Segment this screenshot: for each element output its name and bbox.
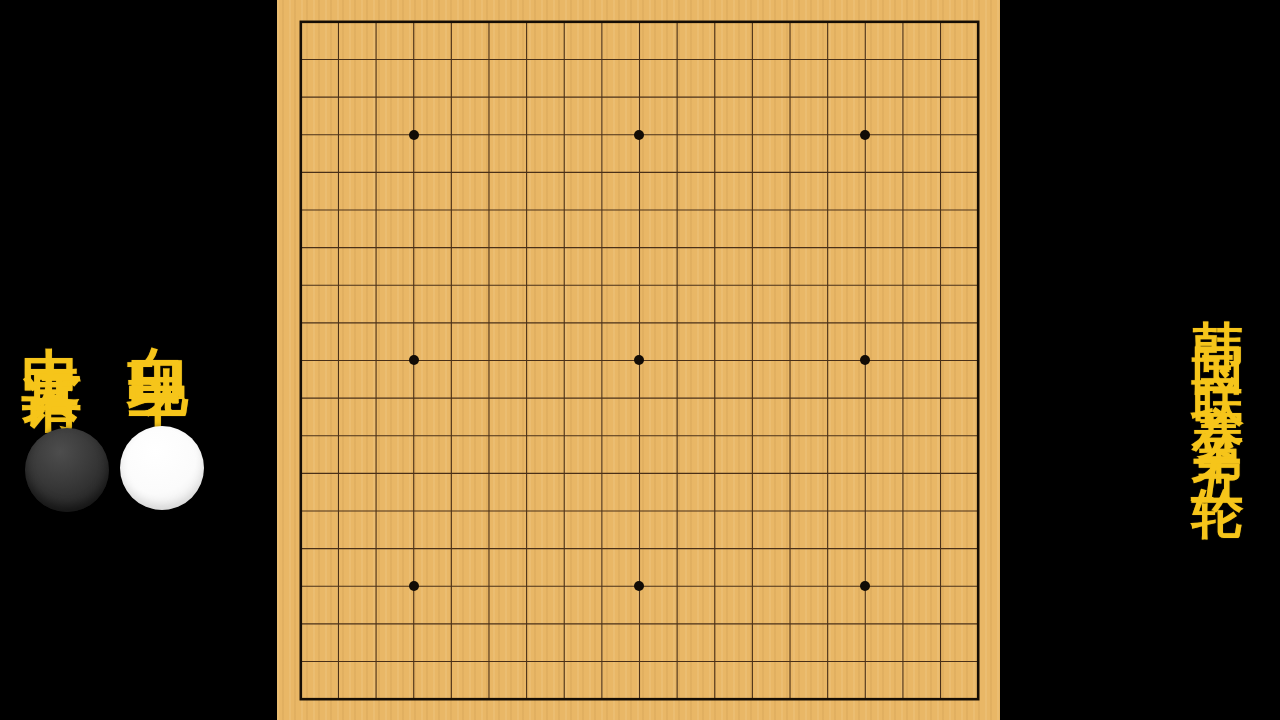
board-point-l18[interactable] bbox=[696, 41, 734, 79]
board-point-o10[interactable] bbox=[809, 342, 847, 380]
board-point-o7[interactable] bbox=[809, 455, 847, 493]
board-point-d13[interactable] bbox=[395, 229, 433, 267]
board-point-e17[interactable] bbox=[433, 78, 471, 116]
board-point-f14[interactable] bbox=[470, 191, 508, 229]
board-point-q4[interactable] bbox=[884, 567, 922, 605]
board-point-q1[interactable] bbox=[884, 680, 922, 718]
board-point-s8[interactable] bbox=[959, 417, 997, 455]
board-point-q5[interactable] bbox=[884, 530, 922, 568]
board-point-i16[interactable] bbox=[583, 116, 621, 154]
board-point-c1[interactable] bbox=[357, 680, 395, 718]
board-point-p16[interactable] bbox=[846, 116, 884, 154]
board-point-m18[interactable] bbox=[734, 41, 772, 79]
board-point-n15[interactable] bbox=[771, 154, 809, 192]
board-point-g4[interactable] bbox=[508, 567, 546, 605]
board-point-f11[interactable] bbox=[470, 304, 508, 342]
board-point-p6[interactable] bbox=[846, 492, 884, 530]
board-point-p10[interactable] bbox=[846, 342, 884, 380]
board-point-a7[interactable] bbox=[282, 455, 320, 493]
board-point-s1[interactable] bbox=[959, 680, 997, 718]
board-point-n18[interactable] bbox=[771, 41, 809, 79]
board-point-c4[interactable] bbox=[357, 567, 395, 605]
board-point-f1[interactable] bbox=[470, 680, 508, 718]
board-point-o3[interactable] bbox=[809, 605, 847, 643]
board-point-i1[interactable] bbox=[583, 680, 621, 718]
board-point-f9[interactable] bbox=[470, 379, 508, 417]
board-point-e6[interactable] bbox=[433, 492, 471, 530]
board-point-r6[interactable] bbox=[922, 492, 960, 530]
board-point-l7[interactable] bbox=[696, 455, 734, 493]
board-point-d11[interactable] bbox=[395, 304, 433, 342]
board-point-b10[interactable] bbox=[320, 342, 358, 380]
board-point-e2[interactable] bbox=[433, 643, 471, 681]
board-point-c7[interactable] bbox=[357, 455, 395, 493]
board-point-m11[interactable] bbox=[734, 304, 772, 342]
board-point-e12[interactable] bbox=[433, 266, 471, 304]
board-point-c19[interactable] bbox=[357, 3, 395, 41]
board-point-b18[interactable] bbox=[320, 41, 358, 79]
board-point-f12[interactable] bbox=[470, 266, 508, 304]
board-point-b11[interactable] bbox=[320, 304, 358, 342]
board-point-j3[interactable] bbox=[621, 605, 659, 643]
board-point-g13[interactable] bbox=[508, 229, 546, 267]
board-point-h14[interactable] bbox=[545, 191, 583, 229]
board-point-o11[interactable] bbox=[809, 304, 847, 342]
board-point-h15[interactable] bbox=[545, 154, 583, 192]
board-point-q6[interactable] bbox=[884, 492, 922, 530]
board-point-i4[interactable] bbox=[583, 567, 621, 605]
board-point-r15[interactable] bbox=[922, 154, 960, 192]
board-point-g2[interactable] bbox=[508, 643, 546, 681]
board-point-o18[interactable] bbox=[809, 41, 847, 79]
board-point-g16[interactable] bbox=[508, 116, 546, 154]
board-point-e13[interactable] bbox=[433, 229, 471, 267]
board-point-c2[interactable] bbox=[357, 643, 395, 681]
board-point-p5[interactable] bbox=[846, 530, 884, 568]
board-point-k19[interactable] bbox=[658, 3, 696, 41]
board-point-j14[interactable] bbox=[621, 191, 659, 229]
board-point-h17[interactable] bbox=[545, 78, 583, 116]
board-point-m2[interactable] bbox=[734, 643, 772, 681]
board-point-s7[interactable] bbox=[959, 455, 997, 493]
board-point-d17[interactable] bbox=[395, 78, 433, 116]
board-point-j7[interactable] bbox=[621, 455, 659, 493]
board-point-n17[interactable] bbox=[771, 78, 809, 116]
board-point-h4[interactable] bbox=[545, 567, 583, 605]
board-point-p8[interactable] bbox=[846, 417, 884, 455]
board-point-d12[interactable] bbox=[395, 266, 433, 304]
board-point-b2[interactable] bbox=[320, 643, 358, 681]
board-point-s18[interactable] bbox=[959, 41, 997, 79]
board-point-f17[interactable] bbox=[470, 78, 508, 116]
board-point-l11[interactable] bbox=[696, 304, 734, 342]
board-point-r14[interactable] bbox=[922, 191, 960, 229]
board-point-r13[interactable] bbox=[922, 229, 960, 267]
board-point-c14[interactable] bbox=[357, 191, 395, 229]
board-point-c13[interactable] bbox=[357, 229, 395, 267]
board-point-m1[interactable] bbox=[734, 680, 772, 718]
board-point-s5[interactable] bbox=[959, 530, 997, 568]
board-point-n3[interactable] bbox=[771, 605, 809, 643]
board-point-j4[interactable] bbox=[621, 567, 659, 605]
board-point-n12[interactable] bbox=[771, 266, 809, 304]
board-point-o8[interactable] bbox=[809, 417, 847, 455]
board-point-e9[interactable] bbox=[433, 379, 471, 417]
board-point-p14[interactable] bbox=[846, 191, 884, 229]
board-point-f4[interactable] bbox=[470, 567, 508, 605]
board-point-i10[interactable] bbox=[583, 342, 621, 380]
board-point-f15[interactable] bbox=[470, 154, 508, 192]
board-point-d5[interactable] bbox=[395, 530, 433, 568]
board-point-m10[interactable] bbox=[734, 342, 772, 380]
board-point-l19[interactable] bbox=[696, 3, 734, 41]
board-point-d7[interactable] bbox=[395, 455, 433, 493]
board-point-g10[interactable] bbox=[508, 342, 546, 380]
board-point-h1[interactable] bbox=[545, 680, 583, 718]
board-point-f3[interactable] bbox=[470, 605, 508, 643]
board-point-d19[interactable] bbox=[395, 3, 433, 41]
board-point-i5[interactable] bbox=[583, 530, 621, 568]
board-point-n16[interactable] bbox=[771, 116, 809, 154]
board-point-d9[interactable] bbox=[395, 379, 433, 417]
board-point-f18[interactable] bbox=[470, 41, 508, 79]
board-point-j19[interactable] bbox=[621, 3, 659, 41]
board-point-e4[interactable] bbox=[433, 567, 471, 605]
board-point-r19[interactable] bbox=[922, 3, 960, 41]
board-point-m6[interactable] bbox=[734, 492, 772, 530]
board-point-k11[interactable] bbox=[658, 304, 696, 342]
board-point-m19[interactable] bbox=[734, 3, 772, 41]
board-point-b3[interactable] bbox=[320, 605, 358, 643]
board-point-p3[interactable] bbox=[846, 605, 884, 643]
board-point-e19[interactable] bbox=[433, 3, 471, 41]
board-point-s19[interactable] bbox=[959, 3, 997, 41]
board-point-j15[interactable] bbox=[621, 154, 659, 192]
board-point-e3[interactable] bbox=[433, 605, 471, 643]
board-point-o14[interactable] bbox=[809, 191, 847, 229]
board-point-q17[interactable] bbox=[884, 78, 922, 116]
board-point-r18[interactable] bbox=[922, 41, 960, 79]
board-point-k3[interactable] bbox=[658, 605, 696, 643]
board-point-o5[interactable] bbox=[809, 530, 847, 568]
board-point-j16[interactable] bbox=[621, 116, 659, 154]
board-point-h9[interactable] bbox=[545, 379, 583, 417]
board-point-i6[interactable] bbox=[583, 492, 621, 530]
board-point-f19[interactable] bbox=[470, 3, 508, 41]
board-point-k1[interactable] bbox=[658, 680, 696, 718]
board-point-b6[interactable] bbox=[320, 492, 358, 530]
board-point-m7[interactable] bbox=[734, 455, 772, 493]
board-point-r2[interactable] bbox=[922, 643, 960, 681]
board-point-j6[interactable] bbox=[621, 492, 659, 530]
board-point-l13[interactable] bbox=[696, 229, 734, 267]
board-point-d4[interactable] bbox=[395, 567, 433, 605]
board-point-h13[interactable] bbox=[545, 229, 583, 267]
board-point-q9[interactable] bbox=[884, 379, 922, 417]
board-point-j17[interactable] bbox=[621, 78, 659, 116]
board-point-d16[interactable] bbox=[395, 116, 433, 154]
board-point-g14[interactable] bbox=[508, 191, 546, 229]
board-point-a6[interactable] bbox=[282, 492, 320, 530]
board-point-h3[interactable] bbox=[545, 605, 583, 643]
board-point-p13[interactable] bbox=[846, 229, 884, 267]
board-point-q18[interactable] bbox=[884, 41, 922, 79]
board-point-i19[interactable] bbox=[583, 3, 621, 41]
board-point-m14[interactable] bbox=[734, 191, 772, 229]
board-point-a16[interactable] bbox=[282, 116, 320, 154]
board-point-g1[interactable] bbox=[508, 680, 546, 718]
board-point-h16[interactable] bbox=[545, 116, 583, 154]
board-point-g15[interactable] bbox=[508, 154, 546, 192]
board-point-q14[interactable] bbox=[884, 191, 922, 229]
board-point-h8[interactable] bbox=[545, 417, 583, 455]
board-point-l9[interactable] bbox=[696, 379, 734, 417]
board-point-j18[interactable] bbox=[621, 41, 659, 79]
board-point-h10[interactable] bbox=[545, 342, 583, 380]
board-point-h7[interactable] bbox=[545, 455, 583, 493]
board-point-c17[interactable] bbox=[357, 78, 395, 116]
board-point-i18[interactable] bbox=[583, 41, 621, 79]
board-point-s3[interactable] bbox=[959, 605, 997, 643]
board-point-l6[interactable] bbox=[696, 492, 734, 530]
board-point-j9[interactable] bbox=[621, 379, 659, 417]
board-point-b13[interactable] bbox=[320, 229, 358, 267]
board-point-e16[interactable] bbox=[433, 116, 471, 154]
board-point-g8[interactable] bbox=[508, 417, 546, 455]
board-point-m5[interactable] bbox=[734, 530, 772, 568]
board-point-c6[interactable] bbox=[357, 492, 395, 530]
board-point-o16[interactable] bbox=[809, 116, 847, 154]
board-point-i7[interactable] bbox=[583, 455, 621, 493]
board-point-b9[interactable] bbox=[320, 379, 358, 417]
board-point-k18[interactable] bbox=[658, 41, 696, 79]
board-point-p7[interactable] bbox=[846, 455, 884, 493]
board-point-s11[interactable] bbox=[959, 304, 997, 342]
board-point-d8[interactable] bbox=[395, 417, 433, 455]
board-point-n9[interactable] bbox=[771, 379, 809, 417]
board-point-s12[interactable] bbox=[959, 266, 997, 304]
board-point-m16[interactable] bbox=[734, 116, 772, 154]
board-point-r10[interactable] bbox=[922, 342, 960, 380]
board-point-b1[interactable] bbox=[320, 680, 358, 718]
board-point-o13[interactable] bbox=[809, 229, 847, 267]
board-point-l16[interactable] bbox=[696, 116, 734, 154]
board-point-g5[interactable] bbox=[508, 530, 546, 568]
board-point-m15[interactable] bbox=[734, 154, 772, 192]
board-point-f6[interactable] bbox=[470, 492, 508, 530]
board-point-o4[interactable] bbox=[809, 567, 847, 605]
board-point-n4[interactable] bbox=[771, 567, 809, 605]
board-point-j1[interactable] bbox=[621, 680, 659, 718]
board-point-n11[interactable] bbox=[771, 304, 809, 342]
board-point-p18[interactable] bbox=[846, 41, 884, 79]
board-point-i12[interactable] bbox=[583, 266, 621, 304]
board-point-e5[interactable] bbox=[433, 530, 471, 568]
board-point-f2[interactable] bbox=[470, 643, 508, 681]
board-point-l5[interactable] bbox=[696, 530, 734, 568]
board-point-p15[interactable] bbox=[846, 154, 884, 192]
board-point-d10[interactable] bbox=[395, 342, 433, 380]
board-point-s6[interactable] bbox=[959, 492, 997, 530]
board-point-k16[interactable] bbox=[658, 116, 696, 154]
board-point-a8[interactable] bbox=[282, 417, 320, 455]
board-point-r17[interactable] bbox=[922, 78, 960, 116]
board-point-r3[interactable] bbox=[922, 605, 960, 643]
board-point-i9[interactable] bbox=[583, 379, 621, 417]
board-point-s13[interactable] bbox=[959, 229, 997, 267]
board-point-c8[interactable] bbox=[357, 417, 395, 455]
board-point-k13[interactable] bbox=[658, 229, 696, 267]
board-point-k4[interactable] bbox=[658, 567, 696, 605]
board-point-r4[interactable] bbox=[922, 567, 960, 605]
board-point-p2[interactable] bbox=[846, 643, 884, 681]
board-point-a12[interactable] bbox=[282, 266, 320, 304]
board-point-c3[interactable] bbox=[357, 605, 395, 643]
board-point-s14[interactable] bbox=[959, 191, 997, 229]
board-point-c15[interactable] bbox=[357, 154, 395, 192]
board-point-p12[interactable] bbox=[846, 266, 884, 304]
board-point-d14[interactable] bbox=[395, 191, 433, 229]
board-point-l12[interactable] bbox=[696, 266, 734, 304]
board-point-s16[interactable] bbox=[959, 116, 997, 154]
board-point-p9[interactable] bbox=[846, 379, 884, 417]
board-point-i17[interactable] bbox=[583, 78, 621, 116]
board-point-j13[interactable] bbox=[621, 229, 659, 267]
board-point-g3[interactable] bbox=[508, 605, 546, 643]
board-point-f10[interactable] bbox=[470, 342, 508, 380]
board-point-q8[interactable] bbox=[884, 417, 922, 455]
board-point-o19[interactable] bbox=[809, 3, 847, 41]
board-point-p19[interactable] bbox=[846, 3, 884, 41]
board-point-j5[interactable] bbox=[621, 530, 659, 568]
board-point-b19[interactable] bbox=[320, 3, 358, 41]
board-point-m12[interactable] bbox=[734, 266, 772, 304]
board-point-b5[interactable] bbox=[320, 530, 358, 568]
board-point-o15[interactable] bbox=[809, 154, 847, 192]
board-point-l2[interactable] bbox=[696, 643, 734, 681]
board-point-k15[interactable] bbox=[658, 154, 696, 192]
board-point-l1[interactable] bbox=[696, 680, 734, 718]
board-point-h5[interactable] bbox=[545, 530, 583, 568]
board-point-i2[interactable] bbox=[583, 643, 621, 681]
board-point-f8[interactable] bbox=[470, 417, 508, 455]
board-point-i14[interactable] bbox=[583, 191, 621, 229]
board-point-o2[interactable] bbox=[809, 643, 847, 681]
board-point-q15[interactable] bbox=[884, 154, 922, 192]
board-point-i13[interactable] bbox=[583, 229, 621, 267]
board-point-c12[interactable] bbox=[357, 266, 395, 304]
board-point-n6[interactable] bbox=[771, 492, 809, 530]
board-point-j12[interactable] bbox=[621, 266, 659, 304]
board-point-h6[interactable] bbox=[545, 492, 583, 530]
board-point-b16[interactable] bbox=[320, 116, 358, 154]
board-point-p11[interactable] bbox=[846, 304, 884, 342]
board-point-f13[interactable] bbox=[470, 229, 508, 267]
board-point-r5[interactable] bbox=[922, 530, 960, 568]
board-point-k8[interactable] bbox=[658, 417, 696, 455]
board-point-g18[interactable] bbox=[508, 41, 546, 79]
board-point-l4[interactable] bbox=[696, 567, 734, 605]
board-point-k7[interactable] bbox=[658, 455, 696, 493]
board-point-s4[interactable] bbox=[959, 567, 997, 605]
board-point-a5[interactable] bbox=[282, 530, 320, 568]
board-point-o6[interactable] bbox=[809, 492, 847, 530]
board-point-h12[interactable] bbox=[545, 266, 583, 304]
board-point-k2[interactable] bbox=[658, 643, 696, 681]
board-point-p1[interactable] bbox=[846, 680, 884, 718]
board-point-n13[interactable] bbox=[771, 229, 809, 267]
board-point-e18[interactable] bbox=[433, 41, 471, 79]
board-point-m9[interactable] bbox=[734, 379, 772, 417]
board-point-e14[interactable] bbox=[433, 191, 471, 229]
board-point-n14[interactable] bbox=[771, 191, 809, 229]
board-point-b17[interactable] bbox=[320, 78, 358, 116]
board-point-r8[interactable] bbox=[922, 417, 960, 455]
board-point-a14[interactable] bbox=[282, 191, 320, 229]
board-point-m8[interactable] bbox=[734, 417, 772, 455]
board-point-a18[interactable] bbox=[282, 41, 320, 79]
board-point-i8[interactable] bbox=[583, 417, 621, 455]
board-point-n19[interactable] bbox=[771, 3, 809, 41]
board-point-q12[interactable] bbox=[884, 266, 922, 304]
board-point-a4[interactable] bbox=[282, 567, 320, 605]
board-point-i11[interactable] bbox=[583, 304, 621, 342]
board-point-p17[interactable] bbox=[846, 78, 884, 116]
board-point-g6[interactable] bbox=[508, 492, 546, 530]
board-point-m17[interactable] bbox=[734, 78, 772, 116]
board-point-g12[interactable] bbox=[508, 266, 546, 304]
board-point-p4[interactable] bbox=[846, 567, 884, 605]
board-point-h19[interactable] bbox=[545, 3, 583, 41]
board-point-o12[interactable] bbox=[809, 266, 847, 304]
board-point-m3[interactable] bbox=[734, 605, 772, 643]
board-point-j2[interactable] bbox=[621, 643, 659, 681]
board-point-s10[interactable] bbox=[959, 342, 997, 380]
board-point-k12[interactable] bbox=[658, 266, 696, 304]
board-point-n2[interactable] bbox=[771, 643, 809, 681]
board-point-s2[interactable] bbox=[959, 643, 997, 681]
board-point-b15[interactable] bbox=[320, 154, 358, 192]
board-point-e11[interactable] bbox=[433, 304, 471, 342]
board-point-c5[interactable] bbox=[357, 530, 395, 568]
board-point-r1[interactable] bbox=[922, 680, 960, 718]
board-point-c9[interactable] bbox=[357, 379, 395, 417]
board-point-d18[interactable] bbox=[395, 41, 433, 79]
board-point-e1[interactable] bbox=[433, 680, 471, 718]
board-point-e15[interactable] bbox=[433, 154, 471, 192]
board-point-a13[interactable] bbox=[282, 229, 320, 267]
board-point-f16[interactable] bbox=[470, 116, 508, 154]
board-point-e7[interactable] bbox=[433, 455, 471, 493]
board-point-r12[interactable] bbox=[922, 266, 960, 304]
board-point-c10[interactable] bbox=[357, 342, 395, 380]
board-point-n5[interactable] bbox=[771, 530, 809, 568]
board-point-q16[interactable] bbox=[884, 116, 922, 154]
board-point-a17[interactable] bbox=[282, 78, 320, 116]
board-point-q10[interactable] bbox=[884, 342, 922, 380]
board-point-b7[interactable] bbox=[320, 455, 358, 493]
board-point-g17[interactable] bbox=[508, 78, 546, 116]
board-point-l17[interactable] bbox=[696, 78, 734, 116]
board-point-g19[interactable] bbox=[508, 3, 546, 41]
board-point-a11[interactable] bbox=[282, 304, 320, 342]
board-point-l3[interactable] bbox=[696, 605, 734, 643]
board-point-a1[interactable] bbox=[282, 680, 320, 718]
board-point-k10[interactable] bbox=[658, 342, 696, 380]
board-point-j11[interactable] bbox=[621, 304, 659, 342]
board-point-q3[interactable] bbox=[884, 605, 922, 643]
board-point-q13[interactable] bbox=[884, 229, 922, 267]
